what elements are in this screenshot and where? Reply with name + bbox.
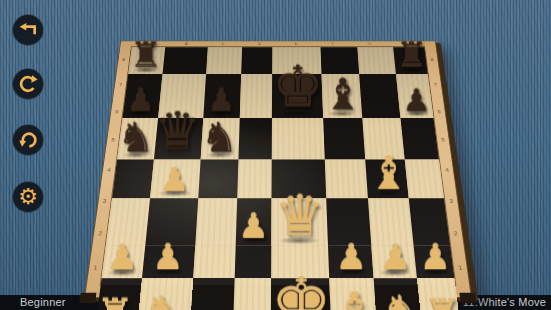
piece-white-bishop[interactable]: ♝ [367, 150, 408, 196]
piece-white-pawn[interactable]: ♟ [235, 209, 271, 244]
piece-white-pawn[interactable]: ♟ [150, 163, 198, 196]
square-b2[interactable]: ♟ [142, 246, 195, 278]
redo-button[interactable] [13, 69, 43, 99]
square-g2[interactable]: ♟ [371, 246, 417, 278]
piece-black-pawn[interactable]: ♟ [401, 85, 434, 116]
square-a2[interactable]: ♟ [102, 246, 146, 278]
piece-white-pawn[interactable]: ♟ [417, 240, 454, 275]
piece-black-bishop[interactable]: ♝ [323, 73, 362, 116]
rotate-counterclockwise-icon [18, 130, 38, 150]
square-d6[interactable] [238, 118, 272, 160]
back-button[interactable] [13, 15, 43, 45]
piece-white-rook[interactable]: ♜ [423, 293, 462, 310]
square-d2[interactable] [234, 246, 271, 278]
piece-white-pawn[interactable]: ♟ [329, 240, 373, 275]
square-h1[interactable]: ♜ [417, 278, 462, 310]
square-g8[interactable] [357, 47, 396, 74]
board-scene: ABCDEFGH ABCDEFGH 87654321 87654321 ♜♜♟♟… [81, 0, 473, 303]
square-g1[interactable]: ♞ [373, 278, 423, 310]
square-e6[interactable] [271, 118, 324, 160]
piece-black-queen[interactable]: ♛ [154, 105, 201, 157]
square-d8[interactable] [241, 47, 272, 74]
piece-black-rook[interactable]: ♜ [396, 37, 427, 72]
gear-icon: ⚙ [18, 186, 38, 208]
square-a5[interactable] [112, 160, 154, 199]
piece-white-pawn[interactable]: ♟ [102, 240, 143, 275]
square-d7[interactable] [239, 74, 271, 118]
undo-button[interactable] [13, 125, 43, 155]
square-h7[interactable]: ♟ [396, 74, 433, 118]
board-frame: ABCDEFGH ABCDEFGH 87654321 87654321 ♜♜♟♟… [84, 41, 472, 298]
piece-white-rook[interactable]: ♜ [94, 293, 136, 310]
square-a1[interactable]: ♜ [94, 278, 143, 310]
square-h8[interactable]: ♜ [393, 47, 427, 74]
piece-black-knight[interactable]: ♞ [201, 116, 238, 157]
square-c4[interactable] [196, 198, 237, 246]
square-c1[interactable] [190, 278, 234, 310]
piece-black-pawn[interactable]: ♟ [204, 85, 240, 116]
square-e7[interactable]: ♚ [271, 74, 322, 118]
square-h5[interactable] [405, 160, 444, 199]
piece-white-knight[interactable]: ♞ [377, 289, 423, 310]
piece-black-knight[interactable]: ♞ [117, 116, 154, 157]
piece-black-king[interactable]: ♚ [272, 59, 323, 116]
back-arrow-icon [18, 20, 38, 40]
square-c8[interactable] [206, 47, 241, 74]
square-a8[interactable]: ♜ [128, 47, 165, 74]
square-c6[interactable]: ♞ [201, 118, 239, 160]
square-b6[interactable]: ♛ [154, 118, 203, 160]
square-d4[interactable]: ♟ [235, 198, 271, 246]
piece-white-pawn[interactable]: ♟ [373, 240, 417, 275]
square-c7[interactable]: ♟ [204, 74, 241, 118]
square-e1[interactable]: ♚ [270, 278, 331, 310]
square-f2[interactable]: ♟ [328, 246, 373, 278]
square-b1[interactable]: ♞ [136, 278, 193, 310]
square-f6[interactable] [323, 118, 365, 160]
square-b8[interactable] [163, 47, 208, 74]
chess-app-screen: ⚙ ABCDEFGH ABCDEFGH 87654321 87654321 ♜♜… [0, 0, 551, 310]
square-b5[interactable]: ♟ [150, 160, 201, 199]
square-d5[interactable] [237, 160, 272, 199]
chess-board[interactable]: ♜♜♟♟♚♝♟♞♛♞♟♝♟♛♟♟♟♟♟♜♞♚♝♞♜ [100, 47, 457, 286]
settings-button[interactable]: ⚙ [13, 182, 43, 212]
piece-white-knight[interactable]: ♞ [136, 289, 189, 310]
square-f1[interactable]: ♝ [329, 278, 377, 310]
sidebar: ⚙ [0, 0, 60, 310]
square-g5[interactable]: ♝ [365, 160, 409, 199]
square-h2[interactable]: ♟ [414, 246, 454, 278]
rotate-clockwise-icon [18, 74, 38, 94]
piece-white-queen[interactable]: ♛ [271, 188, 328, 244]
square-f5[interactable] [324, 160, 367, 199]
piece-white-pawn[interactable]: ♟ [142, 240, 193, 275]
square-d1[interactable] [232, 278, 270, 310]
square-f7[interactable]: ♝ [321, 74, 362, 118]
square-a6[interactable]: ♞ [117, 118, 158, 160]
square-e4[interactable]: ♛ [271, 198, 328, 246]
square-c2[interactable] [193, 246, 235, 278]
square-g7[interactable] [359, 74, 401, 118]
piece-white-bishop[interactable]: ♝ [331, 285, 377, 310]
piece-black-rook[interactable]: ♜ [128, 37, 162, 72]
piece-white-king[interactable]: ♚ [270, 269, 331, 310]
square-c5[interactable] [198, 160, 238, 199]
